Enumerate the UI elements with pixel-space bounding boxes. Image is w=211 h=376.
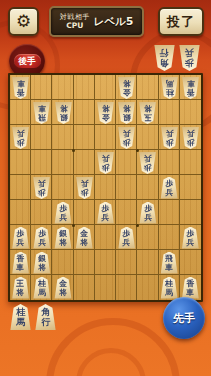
square-1f[interactable] [180, 200, 201, 225]
square-5e[interactable] [95, 175, 116, 200]
sente-hand-piece-角行[interactable]: 角行 [34, 304, 57, 330]
square-8f[interactable] [31, 200, 52, 225]
gote-badge-label: 後手 [19, 57, 36, 66]
opponent-info-panel: 対戦相手 CPU レベル5 [49, 6, 144, 37]
gote-hand-piece-角行[interactable]: 角行 [153, 45, 176, 71]
opponent-block: 対戦相手 CPU [60, 14, 90, 30]
star-point [72, 149, 75, 152]
square-1h[interactable] [180, 250, 201, 275]
opponent-type: CPU [66, 22, 83, 30]
square-9f[interactable] [10, 200, 31, 225]
star-point [136, 149, 139, 152]
square-6i[interactable] [74, 275, 95, 300]
square-7e[interactable] [52, 175, 73, 200]
square-7c[interactable] [52, 125, 73, 150]
square-3g[interactable] [137, 225, 158, 250]
square-4f[interactable] [116, 200, 137, 225]
cpu-level-label: レベル5 [94, 15, 134, 29]
square-8d[interactable] [31, 150, 52, 175]
square-2g[interactable] [159, 225, 180, 250]
top-bar: ⚙ 対戦相手 CPU レベル5 投了 [0, 0, 211, 42]
square-4d[interactable] [116, 150, 137, 175]
square-1e[interactable] [180, 175, 201, 200]
square-1b[interactable] [180, 100, 201, 125]
star-point [72, 224, 75, 227]
square-4h[interactable] [116, 250, 137, 275]
square-8a[interactable] [31, 75, 52, 100]
square-4e[interactable] [116, 175, 137, 200]
sente-hand-piece-桂馬[interactable]: 桂馬 [9, 304, 32, 330]
background-ornament [46, 318, 180, 376]
square-5g[interactable] [95, 225, 116, 250]
square-6f[interactable] [74, 200, 95, 225]
square-6d[interactable] [74, 150, 95, 175]
square-8c[interactable] [31, 125, 52, 150]
square-5c[interactable] [95, 125, 116, 150]
square-5a[interactable] [95, 75, 116, 100]
gote-badge-pill: 後手 [14, 54, 41, 68]
square-3i[interactable] [137, 275, 158, 300]
resign-button[interactable]: 投了 [158, 7, 204, 36]
square-6a[interactable] [74, 75, 95, 100]
square-6h[interactable] [74, 250, 95, 275]
square-3c[interactable] [137, 125, 158, 150]
square-2b[interactable] [159, 100, 180, 125]
square-2d[interactable] [159, 150, 180, 175]
sente-badge-label: 先手 [173, 311, 195, 326]
background-ornament [76, 348, 146, 376]
square-5i[interactable] [95, 275, 116, 300]
settings-button[interactable]: ⚙ [8, 7, 39, 36]
square-9e[interactable] [10, 175, 31, 200]
shogi-board: 香車金将桂馬香車飛車銀将金将銀将玉将歩兵歩兵歩兵歩兵歩兵歩兵歩兵歩兵歩兵歩兵歩兵… [8, 73, 203, 302]
shogi-app-screen: ⚙ 対戦相手 CPU レベル5 投了 後手 角行歩兵 香車金将桂馬香車飛車銀将金… [0, 0, 211, 376]
gear-icon: ⚙ [16, 13, 31, 30]
square-3a[interactable] [137, 75, 158, 100]
square-7h[interactable] [52, 250, 73, 275]
square-5h[interactable] [95, 250, 116, 275]
resign-label: 投了 [167, 13, 195, 31]
square-3h[interactable] [137, 250, 158, 275]
square-7d[interactable] [52, 150, 73, 175]
star-point [136, 224, 139, 227]
square-3e[interactable] [137, 175, 158, 200]
square-2f[interactable] [159, 200, 180, 225]
square-1d[interactable] [180, 150, 201, 175]
square-6c[interactable] [74, 125, 95, 150]
square-7a[interactable] [52, 75, 73, 100]
square-9d[interactable] [10, 150, 31, 175]
square-9b[interactable] [10, 100, 31, 125]
gote-hand-piece-歩兵[interactable]: 歩兵 [178, 45, 201, 71]
square-4i[interactable] [116, 275, 137, 300]
opponent-label: 対戦相手 [60, 14, 90, 21]
sente-badge: 先手 [163, 297, 205, 339]
square-6b[interactable] [74, 100, 95, 125]
